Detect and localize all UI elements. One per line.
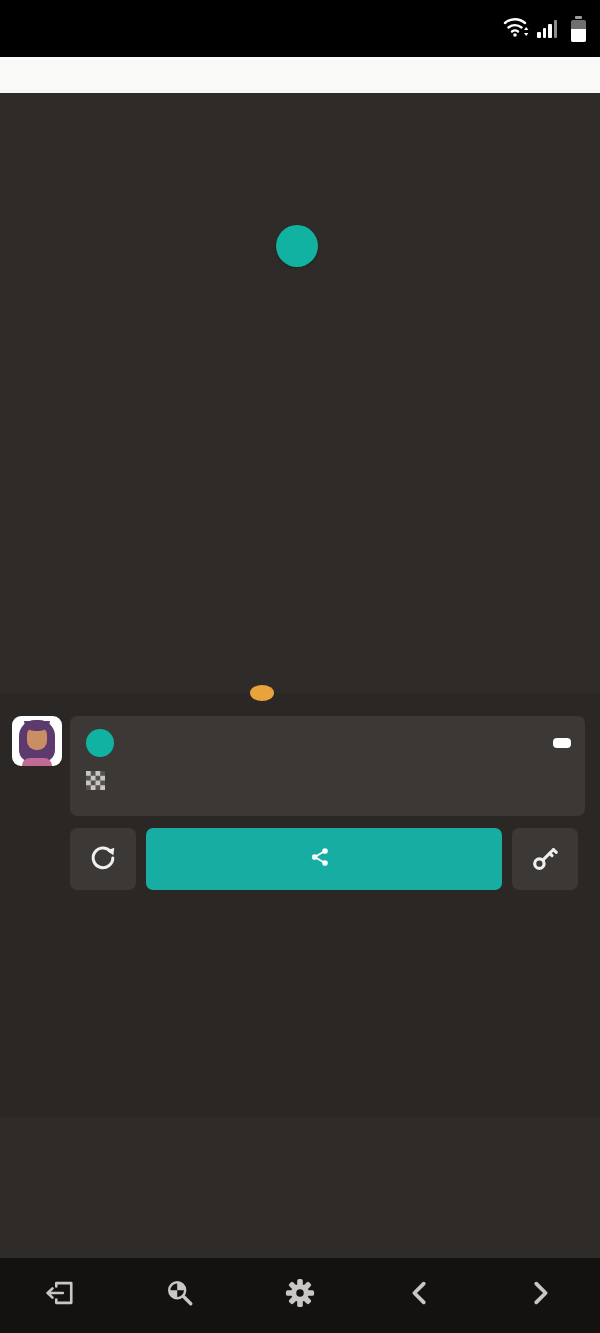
eval-white-side <box>0 57 600 93</box>
move-list-top <box>0 693 600 707</box>
back-button[interactable] <box>360 1258 480 1333</box>
forward-button[interactable] <box>480 1258 600 1333</box>
settings-icon <box>285 1278 315 1308</box>
analysis-icon <box>164 1278 196 1308</box>
status-bar <box>0 0 600 57</box>
forward-icon <box>526 1278 554 1308</box>
analysis-card <box>70 716 585 816</box>
brilliant-badge-icon <box>276 225 318 267</box>
evaluation-bar <box>0 57 600 93</box>
orange-marker <box>250 685 274 701</box>
retry-button[interactable] <box>70 828 136 890</box>
share-button[interactable] <box>146 828 502 890</box>
move-list-bottom <box>0 899 600 1117</box>
share-icon <box>307 845 331 874</box>
bottom-nav <box>0 1258 600 1333</box>
retry-icon <box>88 843 118 876</box>
exit-button[interactable] <box>0 1258 120 1333</box>
analysis-panel <box>0 707 600 899</box>
board-icon <box>86 771 105 795</box>
battery-icon <box>571 16 586 42</box>
brilliant-badge-icon <box>86 729 114 757</box>
chess-board <box>0 93 600 693</box>
avatar[interactable] <box>12 716 62 766</box>
key-moment-button[interactable] <box>512 828 578 890</box>
exit-icon <box>44 1278 76 1308</box>
signal-icon <box>537 20 557 38</box>
settings-button[interactable] <box>240 1258 360 1333</box>
wifi-icon <box>502 14 530 44</box>
back-icon <box>406 1278 434 1308</box>
analysis-button[interactable] <box>120 1258 240 1333</box>
app-screen <box>0 0 600 1333</box>
eval-chip <box>553 738 571 748</box>
key-icon <box>530 843 560 876</box>
show-moves-button[interactable] <box>86 771 571 795</box>
